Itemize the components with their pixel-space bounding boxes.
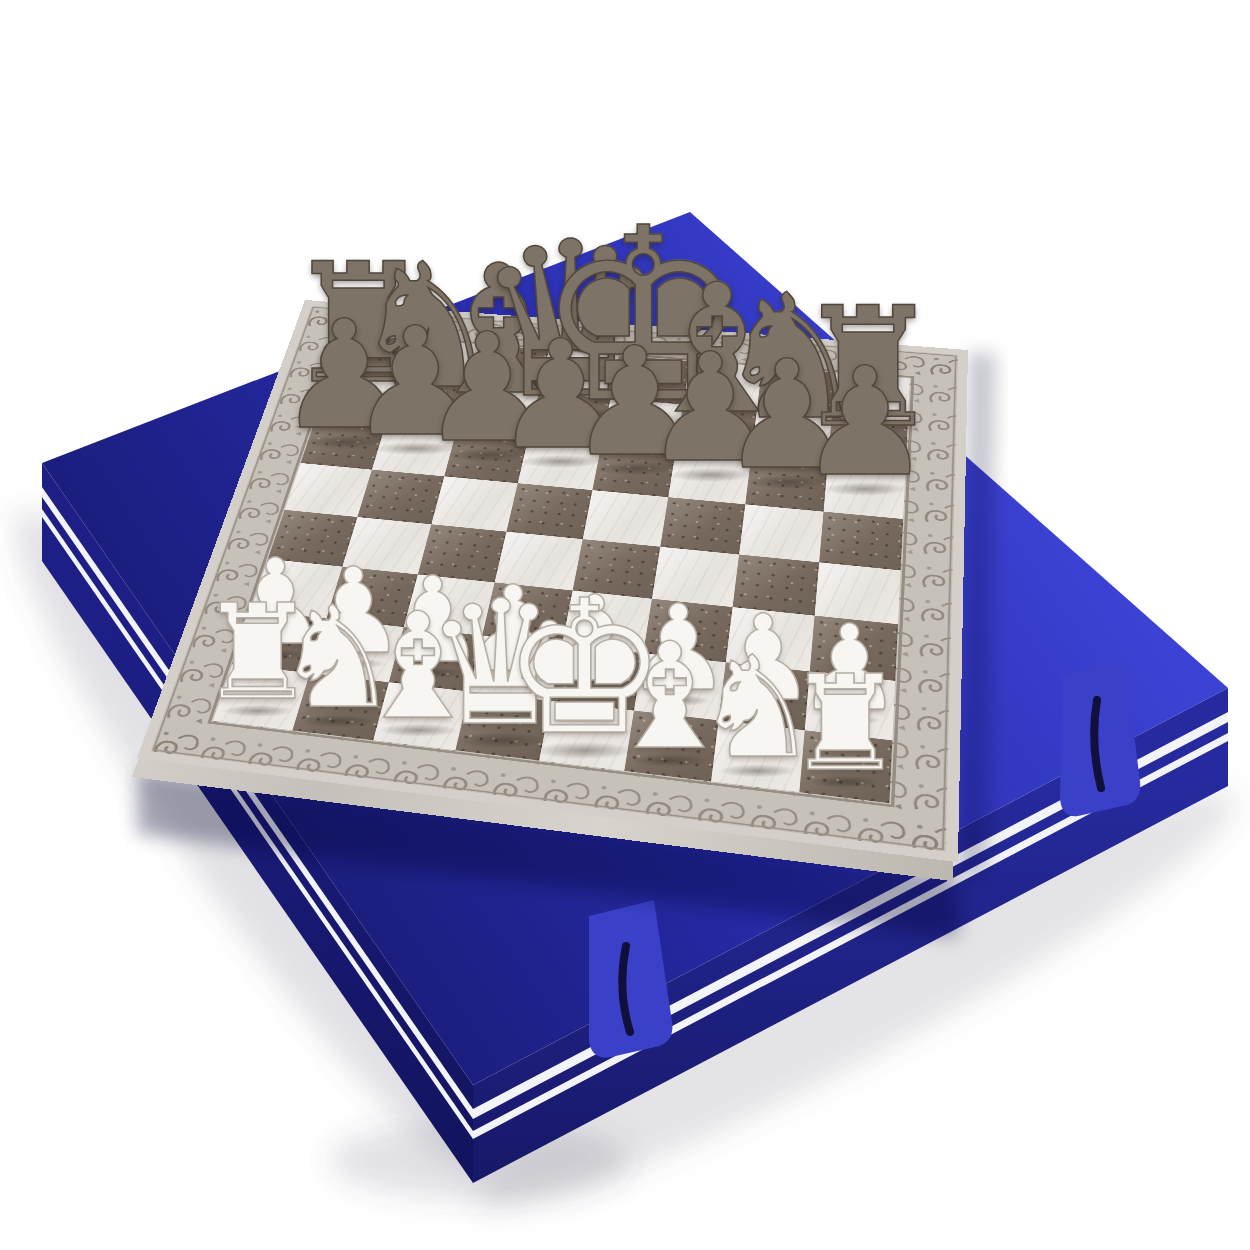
square-c6 [444, 431, 528, 484]
square-c5 [431, 476, 517, 531]
square-f3 [643, 599, 732, 663]
square-e1 [539, 701, 634, 771]
board-surface [137, 300, 968, 862]
square-h6 [824, 463, 906, 519]
square-g8 [757, 367, 836, 417]
square-h5 [819, 512, 903, 571]
square-f7 [676, 405, 757, 457]
chessboard [0, 0, 1000, 1000]
square-h8 [832, 373, 910, 424]
square-e8 [610, 356, 690, 405]
square-b4 [342, 517, 431, 574]
square-d5 [506, 483, 592, 539]
square-a7 [316, 375, 399, 424]
square-b2 [310, 619, 404, 683]
square-f4 [652, 547, 739, 607]
square-b6 [372, 424, 457, 476]
square-d3 [482, 582, 572, 644]
square-g2 [719, 662, 810, 730]
square-d8 [539, 350, 619, 398]
square-e2 [551, 644, 643, 710]
square-g6 [745, 456, 827, 511]
square-e3 [562, 590, 652, 653]
square-e4 [573, 539, 661, 599]
square-f5 [660, 497, 745, 554]
square-c8 [468, 345, 548, 393]
square-f2 [634, 653, 726, 720]
square-d4 [495, 532, 583, 591]
square-c2 [389, 627, 482, 691]
square-d2 [469, 636, 562, 701]
square-h2 [805, 671, 896, 740]
square-c3 [404, 574, 495, 635]
square-f8 [683, 361, 762, 410]
square-h7 [828, 417, 908, 470]
square-b8 [399, 339, 480, 386]
square-e5 [583, 490, 668, 547]
product-photo-scene: ♜♞♝♛♚♝♞♜♟♟♟♟♟♟♟♟♟♟♟♟♟♟♟♟♜♞♝♛♚♝♞♜ [0, 0, 1250, 1250]
square-d7 [529, 393, 611, 444]
square-c7 [457, 387, 539, 437]
square-g1 [711, 720, 805, 792]
square-g3 [726, 607, 815, 671]
square-f1 [624, 711, 718, 782]
square-h4 [815, 562, 901, 624]
square-g4 [733, 554, 820, 615]
square-c4 [418, 524, 507, 582]
square-e7 [602, 398, 683, 449]
square-f6 [668, 450, 751, 505]
square-d6 [518, 437, 602, 490]
square-g7 [751, 411, 832, 464]
square-d1 [455, 691, 550, 760]
square-e6 [592, 443, 675, 497]
square-b3 [326, 567, 417, 627]
square-b5 [357, 470, 444, 525]
square-h1 [799, 730, 892, 803]
square-b7 [386, 381, 469, 431]
square-b1 [292, 673, 388, 740]
square-a8 [330, 334, 411, 381]
square-h3 [810, 616, 898, 681]
square-g5 [739, 504, 823, 562]
square-c1 [373, 682, 469, 750]
